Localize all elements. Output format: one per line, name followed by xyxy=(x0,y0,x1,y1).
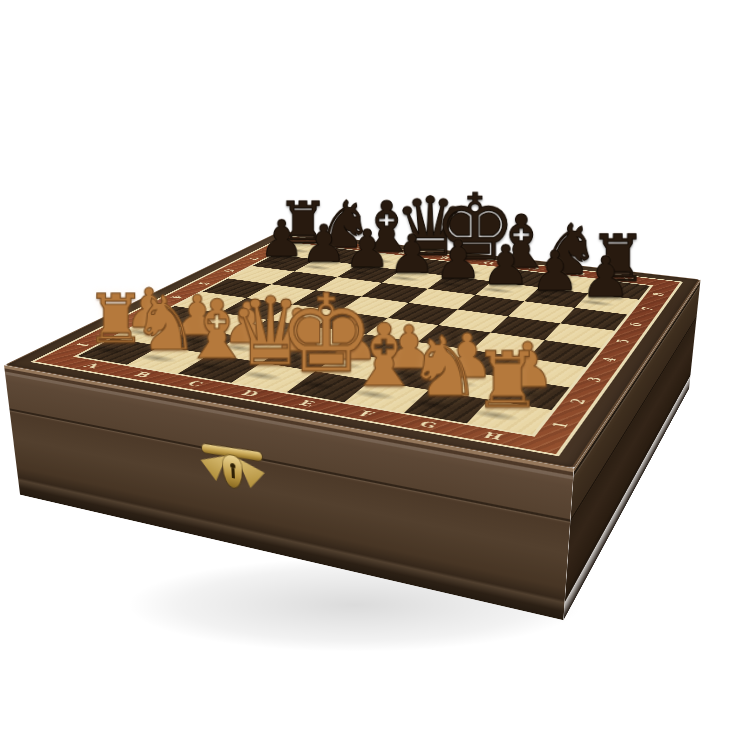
product-photo-stage: AA88BB77CC66DD55EE44FF33GG22HH11 ♜♞♝♛♚♝♞… xyxy=(0,0,750,750)
scene: AA88BB77CC66DD55EE44FF33GG22HH11 ♜♞♝♛♚♝♞… xyxy=(0,0,750,750)
white-rook-glyph: ♜ xyxy=(420,342,594,419)
keyhole-slit-icon xyxy=(231,468,235,478)
chess-box: AA88BB77CC66DD55EE44FF33GG22HH11 ♜♞♝♛♚♝♞… xyxy=(4,231,700,469)
brass-escutcheon xyxy=(193,438,272,503)
